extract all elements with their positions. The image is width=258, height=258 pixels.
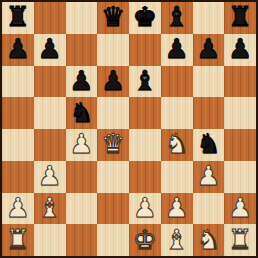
square-e5[interactable]	[129, 97, 161, 129]
square-e7[interactable]	[129, 34, 161, 66]
square-h3[interactable]	[224, 161, 256, 193]
black-rook-piece: ♜	[228, 3, 252, 30]
black-king-piece: ♚	[133, 3, 157, 30]
square-b6[interactable]	[34, 66, 66, 98]
square-b1[interactable]	[34, 224, 66, 256]
black-pawn-piece: ♟	[196, 35, 220, 62]
square-d2[interactable]	[97, 193, 129, 225]
white-pawn-piece: ♟	[38, 162, 62, 189]
square-h2[interactable]: ♟	[224, 193, 256, 225]
square-h8[interactable]: ♜	[224, 2, 256, 34]
square-c7[interactable]	[66, 34, 98, 66]
square-c2[interactable]	[66, 193, 98, 225]
black-pawn-piece: ♟	[6, 35, 30, 62]
black-rook-piece: ♜	[6, 3, 30, 30]
square-a8[interactable]: ♜	[2, 2, 34, 34]
square-e2[interactable]: ♟	[129, 193, 161, 225]
square-b8[interactable]	[34, 2, 66, 34]
white-pawn-piece: ♟	[165, 194, 189, 221]
square-a4[interactable]	[2, 129, 34, 161]
square-g1[interactable]: ♞	[193, 224, 225, 256]
black-knight-piece: ♞	[69, 99, 93, 126]
white-bishop-piece: ♝	[38, 194, 62, 221]
square-a5[interactable]	[2, 97, 34, 129]
square-h1[interactable]: ♜	[224, 224, 256, 256]
black-queen-piece: ♛	[101, 3, 125, 30]
black-pawn-piece: ♟	[228, 35, 252, 62]
square-c6[interactable]: ♟	[66, 66, 98, 98]
square-g4[interactable]: ♞	[193, 129, 225, 161]
black-pawn-piece: ♟	[69, 67, 93, 94]
square-g8[interactable]	[193, 2, 225, 34]
square-c4[interactable]: ♟	[66, 129, 98, 161]
square-b3[interactable]: ♟	[34, 161, 66, 193]
square-d3[interactable]	[97, 161, 129, 193]
square-g3[interactable]: ♟	[193, 161, 225, 193]
black-pawn-piece: ♟	[38, 35, 62, 62]
square-b2[interactable]: ♝	[34, 193, 66, 225]
square-d6[interactable]: ♟	[97, 66, 129, 98]
square-a2[interactable]: ♟	[2, 193, 34, 225]
square-f3[interactable]	[161, 161, 193, 193]
square-a6[interactable]	[2, 66, 34, 98]
square-h6[interactable]	[224, 66, 256, 98]
square-f5[interactable]	[161, 97, 193, 129]
black-pawn-piece: ♟	[101, 67, 125, 94]
square-f7[interactable]: ♟	[161, 34, 193, 66]
square-e6[interactable]: ♝	[129, 66, 161, 98]
square-d1[interactable]	[97, 224, 129, 256]
chess-board: ♜♛♚♝♜♟♟♟♟♟♟♟♝♞♟♛♞♞♟♟♟♝♟♟♟♜♚♝♞♜	[2, 2, 256, 256]
square-g2[interactable]	[193, 193, 225, 225]
black-pawn-piece: ♟	[165, 35, 189, 62]
square-b5[interactable]	[34, 97, 66, 129]
square-a3[interactable]	[2, 161, 34, 193]
square-f8[interactable]: ♝	[161, 2, 193, 34]
square-e3[interactable]	[129, 161, 161, 193]
square-h5[interactable]	[224, 97, 256, 129]
square-c8[interactable]	[66, 2, 98, 34]
square-f1[interactable]: ♝	[161, 224, 193, 256]
square-c5[interactable]: ♞	[66, 97, 98, 129]
black-bishop-piece: ♝	[133, 67, 157, 94]
white-pawn-piece: ♟	[228, 194, 252, 221]
board-frame: ♜♛♚♝♜♟♟♟♟♟♟♟♝♞♟♛♞♞♟♟♟♝♟♟♟♜♚♝♞♜	[0, 0, 258, 258]
square-g5[interactable]	[193, 97, 225, 129]
square-e4[interactable]	[129, 129, 161, 161]
square-c3[interactable]	[66, 161, 98, 193]
white-pawn-piece: ♟	[196, 162, 220, 189]
square-g7[interactable]: ♟	[193, 34, 225, 66]
white-pawn-piece: ♟	[133, 194, 157, 221]
white-pawn-piece: ♟	[69, 130, 93, 157]
square-h7[interactable]: ♟	[224, 34, 256, 66]
black-knight-piece: ♞	[196, 130, 220, 157]
square-h4[interactable]	[224, 129, 256, 161]
square-f2[interactable]: ♟	[161, 193, 193, 225]
white-rook-piece: ♜	[228, 226, 252, 253]
square-a1[interactable]: ♜	[2, 224, 34, 256]
square-d4[interactable]: ♛	[97, 129, 129, 161]
square-f4[interactable]: ♞	[161, 129, 193, 161]
square-a7[interactable]: ♟	[2, 34, 34, 66]
square-b4[interactable]	[34, 129, 66, 161]
square-e1[interactable]: ♚	[129, 224, 161, 256]
white-queen-piece: ♛	[101, 130, 125, 157]
white-rook-piece: ♜	[6, 226, 30, 253]
white-king-piece: ♚	[133, 226, 157, 253]
white-knight-piece: ♞	[196, 226, 220, 253]
white-bishop-piece: ♝	[165, 226, 189, 253]
square-g6[interactable]	[193, 66, 225, 98]
square-c1[interactable]	[66, 224, 98, 256]
white-pawn-piece: ♟	[6, 194, 30, 221]
black-bishop-piece: ♝	[165, 3, 189, 30]
square-b7[interactable]: ♟	[34, 34, 66, 66]
white-knight-piece: ♞	[165, 130, 189, 157]
square-e8[interactable]: ♚	[129, 2, 161, 34]
square-f6[interactable]	[161, 66, 193, 98]
square-d8[interactable]: ♛	[97, 2, 129, 34]
square-d5[interactable]	[97, 97, 129, 129]
square-d7[interactable]	[97, 34, 129, 66]
